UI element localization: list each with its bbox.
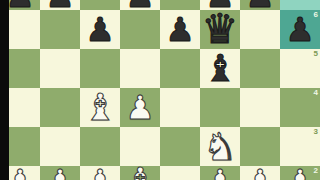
square-c4[interactable]: ♝: [80, 88, 120, 127]
rank-label-3: 3: [314, 128, 318, 136]
square-b4[interactable]: [40, 88, 80, 127]
square-e5[interactable]: [160, 49, 200, 88]
square-b7[interactable]: ♟: [40, 0, 80, 10]
black-bishop-f5[interactable]: ♝: [203, 50, 236, 87]
square-g2[interactable]: ♟: [240, 166, 280, 180]
rank-label-2: 2: [314, 167, 318, 175]
rank-label-4: 4: [314, 89, 318, 97]
square-c2[interactable]: ♟: [80, 166, 120, 180]
square-h4[interactable]: 4: [280, 88, 320, 127]
white-pawn-d4[interactable]: ♟: [125, 91, 155, 124]
rank-label-5: 5: [314, 50, 318, 58]
square-c6[interactable]: ♟: [80, 10, 120, 49]
square-d2[interactable]: ♝: [120, 166, 160, 180]
square-f4[interactable]: [200, 88, 240, 127]
square-c3[interactable]: [80, 127, 120, 166]
square-f3[interactable]: ♞: [200, 127, 240, 166]
square-e6[interactable]: ♟: [160, 10, 200, 49]
square-g5[interactable]: [240, 49, 280, 88]
square-d4[interactable]: ♟: [120, 88, 160, 127]
rank-label-6: 6: [314, 11, 318, 19]
white-bishop-d2[interactable]: ♝: [123, 163, 156, 180]
white-pawn-f2[interactable]: ♟: [205, 165, 235, 180]
square-f5[interactable]: ♝: [200, 49, 240, 88]
square-g3[interactable]: [240, 127, 280, 166]
white-bishop-c4[interactable]: ♝: [83, 89, 116, 126]
square-b2[interactable]: ♟: [40, 166, 80, 180]
square-e3[interactable]: [160, 127, 200, 166]
white-pawn-a2[interactable]: ♟: [5, 165, 35, 180]
square-h6[interactable]: ♟6: [280, 10, 320, 49]
square-g7[interactable]: ♟: [240, 0, 280, 10]
square-e4[interactable]: [160, 88, 200, 127]
white-knight-f3[interactable]: ♞: [203, 128, 237, 166]
white-pawn-h2[interactable]: ♟: [285, 165, 315, 180]
square-h7[interactable]: [280, 0, 320, 10]
square-d7[interactable]: ♟: [120, 0, 160, 10]
black-pawn-h6[interactable]: ♟: [285, 13, 315, 46]
square-d6[interactable]: [120, 10, 160, 49]
square-h3[interactable]: 3: [280, 127, 320, 166]
square-h5[interactable]: 5: [280, 49, 320, 88]
black-queen-f6[interactable]: ♛: [202, 9, 239, 50]
square-c7[interactable]: [80, 0, 120, 10]
square-e2[interactable]: [160, 166, 200, 180]
square-b5[interactable]: [40, 49, 80, 88]
square-h2[interactable]: ♟2: [280, 166, 320, 180]
square-d5[interactable]: [120, 49, 160, 88]
square-f6[interactable]: ♛: [200, 10, 240, 49]
white-pawn-b2[interactable]: ♟: [45, 165, 75, 180]
white-pawn-c2[interactable]: ♟: [85, 165, 115, 180]
chess-app: ♟♟♟♟♟♟♟♛♟6♝5♝♟4♞3♟♟♟♝♟♟♟2: [0, 0, 320, 180]
square-e7[interactable]: [160, 0, 200, 10]
square-g6[interactable]: [240, 10, 280, 49]
black-pawn-e6[interactable]: ♟: [165, 13, 195, 46]
white-pawn-g2[interactable]: ♟: [245, 165, 275, 180]
square-c5[interactable]: [80, 49, 120, 88]
chess-board[interactable]: ♟♟♟♟♟♟♟♛♟6♝5♝♟4♞3♟♟♟♝♟♟♟2: [0, 0, 320, 180]
square-b3[interactable]: [40, 127, 80, 166]
black-pawn-c6[interactable]: ♟: [85, 13, 115, 46]
square-b6[interactable]: [40, 10, 80, 49]
square-g4[interactable]: [240, 88, 280, 127]
square-f2[interactable]: ♟: [200, 166, 240, 180]
left-black-bar: [0, 0, 9, 180]
